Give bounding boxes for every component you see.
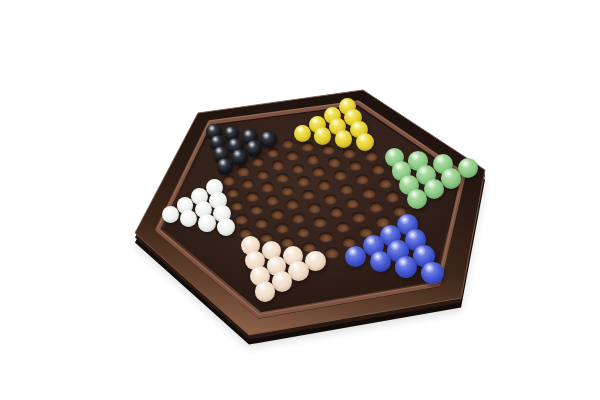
board-cells (0, 0, 600, 400)
marble-yellow[interactable] (314, 127, 331, 144)
marble-yellow[interactable] (356, 133, 374, 151)
board-hole[interactable] (369, 202, 383, 212)
marble-yellow[interactable] (335, 130, 353, 148)
marble-pink[interactable] (255, 281, 275, 301)
marble-black[interactable] (231, 149, 248, 166)
board-hole[interactable] (372, 164, 386, 174)
chinese-checkers-board-photo (0, 0, 600, 400)
board-hole[interactable] (237, 166, 249, 175)
marble-black[interactable] (246, 140, 263, 157)
board-hole[interactable] (282, 139, 294, 148)
board-hole[interactable] (302, 190, 315, 200)
board-hole[interactable] (386, 191, 400, 201)
board-hole[interactable] (235, 214, 248, 224)
board-hole[interactable] (301, 142, 314, 151)
board-hole[interactable] (271, 209, 284, 219)
board-hole[interactable] (379, 178, 393, 188)
board-hole[interactable] (330, 207, 344, 217)
board-hole[interactable] (231, 201, 244, 211)
board-hole[interactable] (276, 173, 289, 183)
board-hole[interactable] (267, 148, 279, 157)
board-hole[interactable] (292, 213, 305, 223)
board-hole[interactable] (318, 180, 331, 190)
board-hole[interactable] (272, 160, 285, 169)
marble-blue[interactable] (345, 246, 366, 267)
board-hole[interactable] (325, 247, 339, 258)
marble-black[interactable] (260, 131, 277, 148)
board-hole[interactable] (297, 176, 310, 186)
board-hole[interactable] (292, 164, 305, 174)
marble-white[interactable] (217, 218, 235, 236)
board-hole[interactable] (319, 232, 333, 242)
board-hole[interactable] (286, 199, 299, 209)
board-hole[interactable] (242, 179, 255, 188)
marble-blue[interactable] (421, 262, 444, 285)
marble-white[interactable] (180, 210, 197, 227)
board-hole[interactable] (266, 195, 279, 205)
board-hole[interactable] (297, 227, 311, 237)
board-hole[interactable] (352, 212, 366, 222)
marble-white[interactable] (162, 206, 179, 223)
board-hole[interactable] (334, 170, 347, 180)
marble-blue[interactable] (395, 256, 417, 278)
board-hole[interactable] (246, 192, 259, 202)
board-hole[interactable] (343, 148, 356, 158)
board-hole[interactable] (336, 222, 350, 232)
board-hole[interactable] (255, 218, 268, 228)
marble-yellow[interactable] (294, 125, 311, 142)
board-hole[interactable] (281, 186, 294, 196)
board-hole[interactable] (356, 174, 370, 184)
board-hole[interactable] (312, 167, 325, 177)
board-hole[interactable] (328, 157, 341, 167)
board-hole[interactable] (362, 188, 376, 198)
board-hole[interactable] (223, 175, 235, 184)
board-hole[interactable] (227, 188, 240, 197)
marble-black[interactable] (217, 158, 234, 175)
board-hole[interactable] (365, 151, 378, 161)
marble-white[interactable] (198, 214, 216, 232)
board-hole[interactable] (307, 154, 320, 164)
board-hole[interactable] (252, 157, 264, 166)
board-hole[interactable] (349, 161, 362, 171)
board-hole[interactable] (322, 145, 335, 155)
board-hole[interactable] (346, 198, 360, 208)
board-hole[interactable] (276, 223, 289, 233)
board-hole[interactable] (250, 205, 263, 215)
board-hole[interactable] (324, 194, 337, 204)
board-hole[interactable] (340, 184, 353, 194)
board-hole[interactable] (257, 170, 270, 179)
board-hole[interactable] (313, 217, 327, 227)
marble-green[interactable] (441, 168, 462, 189)
board-hole[interactable] (286, 151, 299, 160)
marble-green[interactable] (407, 189, 428, 210)
board-hole[interactable] (261, 182, 274, 192)
marble-blue[interactable] (370, 251, 392, 273)
board-hole[interactable] (308, 203, 321, 213)
